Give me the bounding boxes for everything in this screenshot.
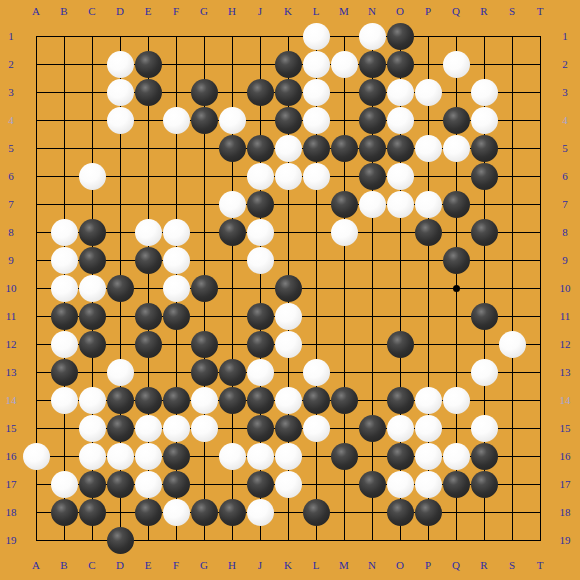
cell-T5[interactable] <box>526 134 554 162</box>
cell-T8[interactable] <box>526 218 554 246</box>
cell-A13[interactable] <box>22 358 50 386</box>
cell-L12[interactable] <box>302 330 330 358</box>
cell-S13[interactable] <box>498 358 526 386</box>
cell-K4[interactable] <box>274 106 302 134</box>
cell-A18[interactable] <box>22 498 50 526</box>
cell-G19[interactable] <box>190 526 218 554</box>
cell-N6[interactable] <box>358 162 386 190</box>
cell-O12[interactable] <box>386 330 414 358</box>
cell-M2[interactable] <box>330 50 358 78</box>
cell-M8[interactable] <box>330 218 358 246</box>
cell-S5[interactable] <box>498 134 526 162</box>
cell-L19[interactable] <box>302 526 330 554</box>
cell-M13[interactable] <box>330 358 358 386</box>
cell-O15[interactable] <box>386 414 414 442</box>
cell-S8[interactable] <box>498 218 526 246</box>
cell-E14[interactable] <box>134 386 162 414</box>
cell-Q13[interactable] <box>442 358 470 386</box>
cell-S12[interactable] <box>498 330 526 358</box>
cell-K13[interactable] <box>274 358 302 386</box>
cell-R19[interactable] <box>470 526 498 554</box>
cell-G15[interactable] <box>190 414 218 442</box>
cell-T1[interactable] <box>526 22 554 50</box>
cell-L8[interactable] <box>302 218 330 246</box>
cell-C3[interactable] <box>78 78 106 106</box>
cell-P19[interactable] <box>414 526 442 554</box>
cell-O3[interactable] <box>386 78 414 106</box>
cell-P17[interactable] <box>414 470 442 498</box>
cell-O4[interactable] <box>386 106 414 134</box>
cell-F4[interactable] <box>162 106 190 134</box>
cell-F1[interactable] <box>162 22 190 50</box>
cell-Q15[interactable] <box>442 414 470 442</box>
cell-K11[interactable] <box>274 302 302 330</box>
cell-B1[interactable] <box>50 22 78 50</box>
cell-J3[interactable] <box>246 78 274 106</box>
cell-B3[interactable] <box>50 78 78 106</box>
cell-K1[interactable] <box>274 22 302 50</box>
cell-R12[interactable] <box>470 330 498 358</box>
cell-E5[interactable] <box>134 134 162 162</box>
cell-R8[interactable] <box>470 218 498 246</box>
cell-A2[interactable] <box>22 50 50 78</box>
cell-L18[interactable] <box>302 498 330 526</box>
cell-L1[interactable] <box>302 22 330 50</box>
cell-C10[interactable] <box>78 274 106 302</box>
cell-S10[interactable] <box>498 274 526 302</box>
cell-F7[interactable] <box>162 190 190 218</box>
cell-L9[interactable] <box>302 246 330 274</box>
cell-P11[interactable] <box>414 302 442 330</box>
cell-P4[interactable] <box>414 106 442 134</box>
cell-K10[interactable] <box>274 274 302 302</box>
cell-R4[interactable] <box>470 106 498 134</box>
cell-F3[interactable] <box>162 78 190 106</box>
cell-E4[interactable] <box>134 106 162 134</box>
cell-G1[interactable] <box>190 22 218 50</box>
cell-H17[interactable] <box>218 470 246 498</box>
cell-C15[interactable] <box>78 414 106 442</box>
cell-P15[interactable] <box>414 414 442 442</box>
cell-E12[interactable] <box>134 330 162 358</box>
cell-C9[interactable] <box>78 246 106 274</box>
cell-J9[interactable] <box>246 246 274 274</box>
cell-S15[interactable] <box>498 414 526 442</box>
cell-M18[interactable] <box>330 498 358 526</box>
cell-P18[interactable] <box>414 498 442 526</box>
cell-H2[interactable] <box>218 50 246 78</box>
cell-N4[interactable] <box>358 106 386 134</box>
cell-R1[interactable] <box>470 22 498 50</box>
cell-L5[interactable] <box>302 134 330 162</box>
cell-R18[interactable] <box>470 498 498 526</box>
cell-K7[interactable] <box>274 190 302 218</box>
cell-H13[interactable] <box>218 358 246 386</box>
cell-F19[interactable] <box>162 526 190 554</box>
cell-N15[interactable] <box>358 414 386 442</box>
cell-O8[interactable] <box>386 218 414 246</box>
cell-A16[interactable] <box>22 442 50 470</box>
cell-G8[interactable] <box>190 218 218 246</box>
cell-G13[interactable] <box>190 358 218 386</box>
cell-T11[interactable] <box>526 302 554 330</box>
cell-C14[interactable] <box>78 386 106 414</box>
cell-O18[interactable] <box>386 498 414 526</box>
cell-S14[interactable] <box>498 386 526 414</box>
cell-T14[interactable] <box>526 386 554 414</box>
cell-E13[interactable] <box>134 358 162 386</box>
cell-C19[interactable] <box>78 526 106 554</box>
cell-O14[interactable] <box>386 386 414 414</box>
cell-Q9[interactable] <box>442 246 470 274</box>
cell-N1[interactable] <box>358 22 386 50</box>
cell-O2[interactable] <box>386 50 414 78</box>
cell-J19[interactable] <box>246 526 274 554</box>
cell-P5[interactable] <box>414 134 442 162</box>
cell-J13[interactable] <box>246 358 274 386</box>
cell-B8[interactable] <box>50 218 78 246</box>
cell-N2[interactable] <box>358 50 386 78</box>
cell-F10[interactable] <box>162 274 190 302</box>
cell-N12[interactable] <box>358 330 386 358</box>
cell-B10[interactable] <box>50 274 78 302</box>
cell-D18[interactable] <box>106 498 134 526</box>
cell-R16[interactable] <box>470 442 498 470</box>
cell-H11[interactable] <box>218 302 246 330</box>
cell-Q10[interactable] <box>442 274 470 302</box>
cell-B2[interactable] <box>50 50 78 78</box>
cell-T16[interactable] <box>526 442 554 470</box>
cell-D3[interactable] <box>106 78 134 106</box>
cell-B15[interactable] <box>50 414 78 442</box>
cell-L10[interactable] <box>302 274 330 302</box>
cell-B4[interactable] <box>50 106 78 134</box>
cell-D1[interactable] <box>106 22 134 50</box>
cell-D12[interactable] <box>106 330 134 358</box>
cell-N11[interactable] <box>358 302 386 330</box>
cell-N18[interactable] <box>358 498 386 526</box>
cell-M12[interactable] <box>330 330 358 358</box>
cell-L6[interactable] <box>302 162 330 190</box>
cell-S16[interactable] <box>498 442 526 470</box>
cell-T4[interactable] <box>526 106 554 134</box>
cell-E3[interactable] <box>134 78 162 106</box>
cell-O1[interactable] <box>386 22 414 50</box>
cell-A19[interactable] <box>22 526 50 554</box>
cell-J5[interactable] <box>246 134 274 162</box>
cell-B18[interactable] <box>50 498 78 526</box>
cell-F16[interactable] <box>162 442 190 470</box>
cell-A9[interactable] <box>22 246 50 274</box>
cell-A8[interactable] <box>22 218 50 246</box>
cell-A3[interactable] <box>22 78 50 106</box>
cell-S7[interactable] <box>498 190 526 218</box>
cell-F8[interactable] <box>162 218 190 246</box>
cell-T18[interactable] <box>526 498 554 526</box>
cell-G16[interactable] <box>190 442 218 470</box>
cell-L2[interactable] <box>302 50 330 78</box>
cell-Q5[interactable] <box>442 134 470 162</box>
cell-N5[interactable] <box>358 134 386 162</box>
cell-N10[interactable] <box>358 274 386 302</box>
cell-N13[interactable] <box>358 358 386 386</box>
cell-S2[interactable] <box>498 50 526 78</box>
cell-J18[interactable] <box>246 498 274 526</box>
cell-S4[interactable] <box>498 106 526 134</box>
cell-O9[interactable] <box>386 246 414 274</box>
cell-A12[interactable] <box>22 330 50 358</box>
cell-H6[interactable] <box>218 162 246 190</box>
cell-T7[interactable] <box>526 190 554 218</box>
cell-D6[interactable] <box>106 162 134 190</box>
cell-O11[interactable] <box>386 302 414 330</box>
cell-T15[interactable] <box>526 414 554 442</box>
cell-C11[interactable] <box>78 302 106 330</box>
cell-K3[interactable] <box>274 78 302 106</box>
cell-A6[interactable] <box>22 162 50 190</box>
cell-H4[interactable] <box>218 106 246 134</box>
cell-Q11[interactable] <box>442 302 470 330</box>
cell-O16[interactable] <box>386 442 414 470</box>
cell-C5[interactable] <box>78 134 106 162</box>
cell-A5[interactable] <box>22 134 50 162</box>
cell-M6[interactable] <box>330 162 358 190</box>
cell-Q16[interactable] <box>442 442 470 470</box>
cell-A10[interactable] <box>22 274 50 302</box>
cell-C4[interactable] <box>78 106 106 134</box>
cell-H7[interactable] <box>218 190 246 218</box>
cell-Q18[interactable] <box>442 498 470 526</box>
cell-F11[interactable] <box>162 302 190 330</box>
cell-R2[interactable] <box>470 50 498 78</box>
cell-O13[interactable] <box>386 358 414 386</box>
cell-T9[interactable] <box>526 246 554 274</box>
cell-E6[interactable] <box>134 162 162 190</box>
cell-E16[interactable] <box>134 442 162 470</box>
cell-Q1[interactable] <box>442 22 470 50</box>
cell-E19[interactable] <box>134 526 162 554</box>
cell-G2[interactable] <box>190 50 218 78</box>
cell-C1[interactable] <box>78 22 106 50</box>
cell-R10[interactable] <box>470 274 498 302</box>
cell-O5[interactable] <box>386 134 414 162</box>
cell-D16[interactable] <box>106 442 134 470</box>
cell-R11[interactable] <box>470 302 498 330</box>
cell-P1[interactable] <box>414 22 442 50</box>
cell-M4[interactable] <box>330 106 358 134</box>
cell-D10[interactable] <box>106 274 134 302</box>
cell-B19[interactable] <box>50 526 78 554</box>
cell-P9[interactable] <box>414 246 442 274</box>
cell-J16[interactable] <box>246 442 274 470</box>
cell-R7[interactable] <box>470 190 498 218</box>
cell-M14[interactable] <box>330 386 358 414</box>
cell-L15[interactable] <box>302 414 330 442</box>
cell-F18[interactable] <box>162 498 190 526</box>
cell-Q3[interactable] <box>442 78 470 106</box>
cell-P10[interactable] <box>414 274 442 302</box>
cell-H9[interactable] <box>218 246 246 274</box>
cell-E8[interactable] <box>134 218 162 246</box>
cell-B16[interactable] <box>50 442 78 470</box>
cell-O17[interactable] <box>386 470 414 498</box>
cell-B6[interactable] <box>50 162 78 190</box>
cell-Q14[interactable] <box>442 386 470 414</box>
cell-C2[interactable] <box>78 50 106 78</box>
cell-P7[interactable] <box>414 190 442 218</box>
cell-D14[interactable] <box>106 386 134 414</box>
cell-A15[interactable] <box>22 414 50 442</box>
cell-M5[interactable] <box>330 134 358 162</box>
cell-T12[interactable] <box>526 330 554 358</box>
cell-F14[interactable] <box>162 386 190 414</box>
cell-O7[interactable] <box>386 190 414 218</box>
cell-E7[interactable] <box>134 190 162 218</box>
cell-M19[interactable] <box>330 526 358 554</box>
cell-N19[interactable] <box>358 526 386 554</box>
cell-S1[interactable] <box>498 22 526 50</box>
cell-T13[interactable] <box>526 358 554 386</box>
cell-L4[interactable] <box>302 106 330 134</box>
cell-K16[interactable] <box>274 442 302 470</box>
cell-T17[interactable] <box>526 470 554 498</box>
cell-T6[interactable] <box>526 162 554 190</box>
cell-R5[interactable] <box>470 134 498 162</box>
cell-S9[interactable] <box>498 246 526 274</box>
cell-M16[interactable] <box>330 442 358 470</box>
cell-N7[interactable] <box>358 190 386 218</box>
cell-H15[interactable] <box>218 414 246 442</box>
cell-K5[interactable] <box>274 134 302 162</box>
cell-G4[interactable] <box>190 106 218 134</box>
cell-C8[interactable] <box>78 218 106 246</box>
cell-D11[interactable] <box>106 302 134 330</box>
cell-E10[interactable] <box>134 274 162 302</box>
cell-C12[interactable] <box>78 330 106 358</box>
cell-A14[interactable] <box>22 386 50 414</box>
cell-E17[interactable] <box>134 470 162 498</box>
cell-D17[interactable] <box>106 470 134 498</box>
cell-B17[interactable] <box>50 470 78 498</box>
cell-P12[interactable] <box>414 330 442 358</box>
cell-P2[interactable] <box>414 50 442 78</box>
cell-E9[interactable] <box>134 246 162 274</box>
cell-H1[interactable] <box>218 22 246 50</box>
cell-D13[interactable] <box>106 358 134 386</box>
cell-K9[interactable] <box>274 246 302 274</box>
cell-J1[interactable] <box>246 22 274 50</box>
cell-N9[interactable] <box>358 246 386 274</box>
cell-A11[interactable] <box>22 302 50 330</box>
cell-Q8[interactable] <box>442 218 470 246</box>
cell-H14[interactable] <box>218 386 246 414</box>
cell-S19[interactable] <box>498 526 526 554</box>
cell-C13[interactable] <box>78 358 106 386</box>
cell-A7[interactable] <box>22 190 50 218</box>
cell-D5[interactable] <box>106 134 134 162</box>
cell-H5[interactable] <box>218 134 246 162</box>
cell-Q4[interactable] <box>442 106 470 134</box>
cell-G5[interactable] <box>190 134 218 162</box>
cell-N17[interactable] <box>358 470 386 498</box>
cell-G14[interactable] <box>190 386 218 414</box>
cell-F5[interactable] <box>162 134 190 162</box>
cell-A1[interactable] <box>22 22 50 50</box>
cell-R13[interactable] <box>470 358 498 386</box>
cell-K15[interactable] <box>274 414 302 442</box>
cell-D2[interactable] <box>106 50 134 78</box>
cell-T19[interactable] <box>526 526 554 554</box>
cell-H12[interactable] <box>218 330 246 358</box>
cell-J14[interactable] <box>246 386 274 414</box>
cell-L7[interactable] <box>302 190 330 218</box>
cell-J2[interactable] <box>246 50 274 78</box>
cell-F17[interactable] <box>162 470 190 498</box>
cell-S3[interactable] <box>498 78 526 106</box>
cell-A4[interactable] <box>22 106 50 134</box>
cell-K14[interactable] <box>274 386 302 414</box>
cell-Q17[interactable] <box>442 470 470 498</box>
cell-C17[interactable] <box>78 470 106 498</box>
cell-N14[interactable] <box>358 386 386 414</box>
cell-O19[interactable] <box>386 526 414 554</box>
cell-P3[interactable] <box>414 78 442 106</box>
cell-C7[interactable] <box>78 190 106 218</box>
cell-S11[interactable] <box>498 302 526 330</box>
cell-K8[interactable] <box>274 218 302 246</box>
cell-L14[interactable] <box>302 386 330 414</box>
cell-K18[interactable] <box>274 498 302 526</box>
cell-O6[interactable] <box>386 162 414 190</box>
cell-G3[interactable] <box>190 78 218 106</box>
cell-Q2[interactable] <box>442 50 470 78</box>
cell-J7[interactable] <box>246 190 274 218</box>
cell-P14[interactable] <box>414 386 442 414</box>
cell-F6[interactable] <box>162 162 190 190</box>
cell-B9[interactable] <box>50 246 78 274</box>
cell-J8[interactable] <box>246 218 274 246</box>
cell-E2[interactable] <box>134 50 162 78</box>
cell-P16[interactable] <box>414 442 442 470</box>
cell-E1[interactable] <box>134 22 162 50</box>
cell-C6[interactable] <box>78 162 106 190</box>
cell-C18[interactable] <box>78 498 106 526</box>
cell-F13[interactable] <box>162 358 190 386</box>
cell-J11[interactable] <box>246 302 274 330</box>
cell-T2[interactable] <box>526 50 554 78</box>
cell-L13[interactable] <box>302 358 330 386</box>
cell-H10[interactable] <box>218 274 246 302</box>
cell-G12[interactable] <box>190 330 218 358</box>
cell-R9[interactable] <box>470 246 498 274</box>
cell-G18[interactable] <box>190 498 218 526</box>
cell-D15[interactable] <box>106 414 134 442</box>
cell-S6[interactable] <box>498 162 526 190</box>
cell-N8[interactable] <box>358 218 386 246</box>
cell-M10[interactable] <box>330 274 358 302</box>
cell-E15[interactable] <box>134 414 162 442</box>
cell-K17[interactable] <box>274 470 302 498</box>
cell-J6[interactable] <box>246 162 274 190</box>
cell-F9[interactable] <box>162 246 190 274</box>
cell-R17[interactable] <box>470 470 498 498</box>
cell-F12[interactable] <box>162 330 190 358</box>
cell-B7[interactable] <box>50 190 78 218</box>
cell-H19[interactable] <box>218 526 246 554</box>
cell-D4[interactable] <box>106 106 134 134</box>
cell-S17[interactable] <box>498 470 526 498</box>
cell-K19[interactable] <box>274 526 302 554</box>
